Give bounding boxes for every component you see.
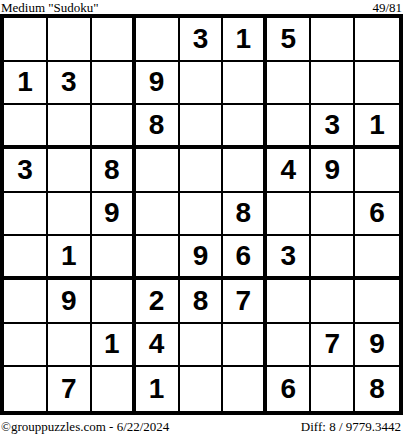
cell-r4c5-empty[interactable] [180, 149, 224, 193]
cell-r6c8-empty[interactable] [311, 236, 355, 280]
cell-r4c7-given[interactable]: 4 [267, 149, 311, 193]
cell-r6c1-empty[interactable] [4, 236, 48, 280]
cell-r6c9-empty[interactable] [355, 236, 399, 280]
cell-r7c5-given[interactable]: 8 [180, 280, 224, 324]
cell-r2c9-empty[interactable] [355, 62, 399, 106]
sudoku-page: Medium "Sudoku" 49/81 315139831384998619… [0, 0, 403, 437]
cell-r3c5-empty[interactable] [180, 105, 224, 149]
cell-r8c9-given[interactable]: 9 [355, 324, 399, 368]
cell-r8c2-empty[interactable] [48, 324, 92, 368]
cell-r3c9-given[interactable]: 1 [355, 105, 399, 149]
cell-r1c9-empty[interactable] [355, 18, 399, 62]
cell-r8c5-empty[interactable] [180, 324, 224, 368]
cell-r3c2-empty[interactable] [48, 105, 92, 149]
cell-r9c1-empty[interactable] [4, 367, 48, 411]
cell-r1c2-empty[interactable] [48, 18, 92, 62]
cell-r4c9-empty[interactable] [355, 149, 399, 193]
cell-r8c3-given[interactable]: 1 [92, 324, 136, 368]
cell-r2c2-given[interactable]: 3 [48, 62, 92, 106]
cell-r7c9-empty[interactable] [355, 280, 399, 324]
cell-r9c5-empty[interactable] [180, 367, 224, 411]
cell-r1c4-empty[interactable] [136, 18, 180, 62]
cell-r2c3-empty[interactable] [92, 62, 136, 106]
cell-r3c7-empty[interactable] [267, 105, 311, 149]
header: Medium "Sudoku" 49/81 [0, 0, 403, 14]
footer: ©grouppuzzles.com - 6/22/2024 Diff: 8 / … [0, 415, 403, 437]
cell-r7c3-empty[interactable] [92, 280, 136, 324]
cell-r9c8-empty[interactable] [311, 367, 355, 411]
cell-r5c3-given[interactable]: 9 [92, 193, 136, 237]
cell-r1c1-empty[interactable] [4, 18, 48, 62]
cell-r7c4-given[interactable]: 2 [136, 280, 180, 324]
sudoku-board: 31513983138499861963928714797168 [0, 14, 403, 415]
cell-r1c7-given[interactable]: 5 [267, 18, 311, 62]
cell-r5c9-given[interactable]: 6 [355, 193, 399, 237]
cell-r1c5-given[interactable]: 3 [180, 18, 224, 62]
cell-r2c5-empty[interactable] [180, 62, 224, 106]
cell-r3c3-empty[interactable] [92, 105, 136, 149]
cell-r8c8-given[interactable]: 7 [311, 324, 355, 368]
cell-r4c2-empty[interactable] [48, 149, 92, 193]
cell-r9c4-given[interactable]: 1 [136, 367, 180, 411]
cell-r2c6-empty[interactable] [223, 62, 267, 106]
puzzle-title: Medium "Sudoku" [1, 1, 99, 14]
cell-r8c4-given[interactable]: 4 [136, 324, 180, 368]
cell-r3c8-given[interactable]: 3 [311, 105, 355, 149]
cell-r6c3-empty[interactable] [92, 236, 136, 280]
cell-r9c6-empty[interactable] [223, 367, 267, 411]
cell-r4c3-given[interactable]: 8 [92, 149, 136, 193]
cell-r2c7-empty[interactable] [267, 62, 311, 106]
cell-r7c6-given[interactable]: 7 [223, 280, 267, 324]
copyright-date-text: ©grouppuzzles.com - 6/22/2024 [1, 420, 169, 434]
cell-r4c1-given[interactable]: 3 [4, 149, 48, 193]
cell-r4c6-empty[interactable] [223, 149, 267, 193]
cell-r3c4-given[interactable]: 8 [136, 105, 180, 149]
cell-r8c1-empty[interactable] [4, 324, 48, 368]
cell-r9c3-empty[interactable] [92, 367, 136, 411]
cell-r1c3-empty[interactable] [92, 18, 136, 62]
cell-r1c8-empty[interactable] [311, 18, 355, 62]
cell-r5c5-empty[interactable] [180, 193, 224, 237]
cell-r9c2-given[interactable]: 7 [48, 367, 92, 411]
cell-r4c4-empty[interactable] [136, 149, 180, 193]
cell-r6c5-given[interactable]: 9 [180, 236, 224, 280]
cell-r3c6-empty[interactable] [223, 105, 267, 149]
cell-r2c1-given[interactable]: 1 [4, 62, 48, 106]
cell-r7c1-empty[interactable] [4, 280, 48, 324]
cells-remaining-counter: 49/81 [372, 1, 402, 14]
cell-r5c8-empty[interactable] [311, 193, 355, 237]
cell-r7c2-given[interactable]: 9 [48, 280, 92, 324]
cell-r2c8-empty[interactable] [311, 62, 355, 106]
cell-r1c6-given[interactable]: 1 [223, 18, 267, 62]
cell-r6c7-given[interactable]: 3 [267, 236, 311, 280]
cell-r7c7-empty[interactable] [267, 280, 311, 324]
cell-r3c1-empty[interactable] [4, 105, 48, 149]
cell-r9c9-given[interactable]: 8 [355, 367, 399, 411]
difficulty-rating-text: Diff: 8 / 9779.3442 [301, 420, 401, 434]
cell-r5c2-empty[interactable] [48, 193, 92, 237]
cell-r5c1-empty[interactable] [4, 193, 48, 237]
cell-r8c6-empty[interactable] [223, 324, 267, 368]
cell-r2c4-given[interactable]: 9 [136, 62, 180, 106]
cell-r8c7-empty[interactable] [267, 324, 311, 368]
cell-r5c7-empty[interactable] [267, 193, 311, 237]
cell-r6c6-given[interactable]: 6 [223, 236, 267, 280]
cell-r6c2-given[interactable]: 1 [48, 236, 92, 280]
cell-r7c8-empty[interactable] [311, 280, 355, 324]
cell-r5c4-empty[interactable] [136, 193, 180, 237]
cell-r6c4-empty[interactable] [136, 236, 180, 280]
cell-r9c7-given[interactable]: 6 [267, 367, 311, 411]
cell-r4c8-given[interactable]: 9 [311, 149, 355, 193]
cell-r5c6-given[interactable]: 8 [223, 193, 267, 237]
